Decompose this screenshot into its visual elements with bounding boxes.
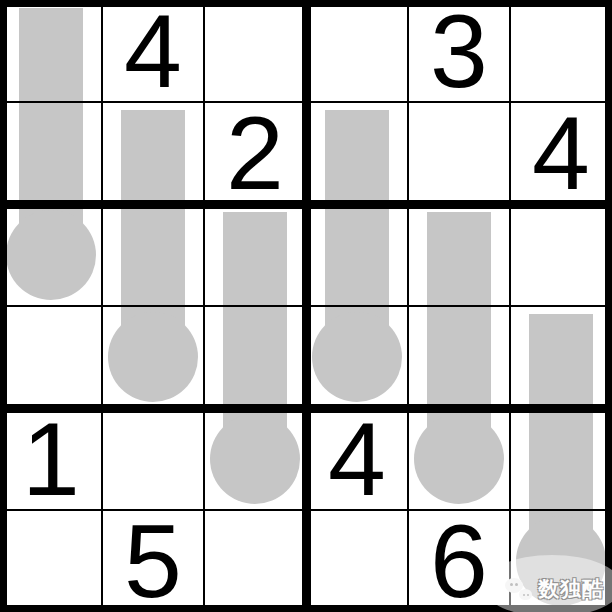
wechat-icon	[505, 577, 533, 602]
given-digit: 4	[532, 101, 590, 205]
watermark: 数独酷	[505, 575, 604, 603]
cell-r6c2[interactable]: 5	[102, 510, 204, 612]
cell-r5c5[interactable]	[408, 408, 510, 510]
cell-r5c4[interactable]: 4	[306, 408, 408, 510]
wechat-bubble-small	[519, 589, 532, 600]
cell-r5c2[interactable]	[102, 408, 204, 510]
cell-r5c1[interactable]: 1	[0, 408, 102, 510]
cell-r1c5[interactable]: 3	[408, 0, 510, 102]
given-digit: 4	[328, 407, 386, 511]
cell-r6c1[interactable]	[0, 510, 102, 612]
cell-r2c3[interactable]: 2	[204, 102, 306, 204]
given-digit: 5	[124, 509, 182, 612]
cell-r3c5[interactable]	[408, 204, 510, 306]
cell-r4c4[interactable]	[306, 306, 408, 408]
cell-r3c4[interactable]	[306, 204, 408, 306]
cell-r4c1[interactable]	[0, 306, 102, 408]
cell-r1c1[interactable]	[0, 0, 102, 102]
watermark-label: 数独酷	[538, 575, 604, 603]
cell-r3c6[interactable]	[510, 204, 612, 306]
given-digit: 2	[226, 101, 284, 205]
cell-r4c2[interactable]	[102, 306, 204, 408]
cell-r3c1[interactable]	[0, 204, 102, 306]
cell-r3c2[interactable]	[102, 204, 204, 306]
cell-r6c3[interactable]	[204, 510, 306, 612]
cell-r4c6[interactable]	[510, 306, 612, 408]
given-digit: 3	[430, 0, 488, 103]
cell-r1c2[interactable]: 4	[102, 0, 204, 102]
cell-r4c5[interactable]	[408, 306, 510, 408]
cell-r2c1[interactable]	[0, 102, 102, 204]
cell-layer: 43241456	[0, 0, 612, 612]
cell-r2c4[interactable]	[306, 102, 408, 204]
given-digit: 1	[22, 407, 80, 511]
given-digit: 6	[430, 509, 488, 612]
cell-r2c6[interactable]: 4	[510, 102, 612, 204]
cell-r1c6[interactable]	[510, 0, 612, 102]
cell-r5c6[interactable]	[510, 408, 612, 510]
cell-r2c5[interactable]	[408, 102, 510, 204]
board: 43241456 数独酷	[0, 0, 612, 612]
cell-r4c3[interactable]	[204, 306, 306, 408]
cell-r5c3[interactable]	[204, 408, 306, 510]
given-digit: 4	[124, 0, 182, 103]
cell-r2c2[interactable]	[102, 102, 204, 204]
cell-r6c4[interactable]	[306, 510, 408, 612]
cell-r3c3[interactable]	[204, 204, 306, 306]
cell-r1c3[interactable]	[204, 0, 306, 102]
cell-r1c4[interactable]	[306, 0, 408, 102]
